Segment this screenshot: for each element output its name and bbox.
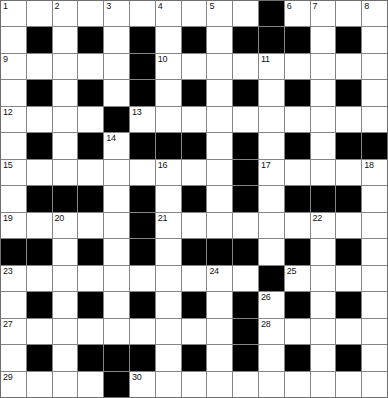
white-cell[interactable] bbox=[362, 372, 387, 397]
black-cell bbox=[78, 345, 103, 370]
clue-number: 25 bbox=[287, 267, 296, 276]
white-cell[interactable] bbox=[207, 345, 232, 370]
white-cell[interactable] bbox=[285, 319, 310, 344]
white-cell[interactable] bbox=[207, 160, 232, 185]
white-cell[interactable] bbox=[233, 266, 258, 291]
white-cell[interactable] bbox=[207, 133, 232, 158]
white-cell[interactable] bbox=[362, 213, 387, 238]
white-cell[interactable] bbox=[53, 319, 78, 344]
white-cell[interactable] bbox=[336, 319, 361, 344]
white-cell[interactable] bbox=[53, 160, 78, 185]
white-cell[interactable] bbox=[104, 160, 129, 185]
black-cell bbox=[156, 133, 181, 158]
black-cell bbox=[130, 292, 155, 317]
white-cell[interactable]: 2 bbox=[53, 1, 78, 26]
white-cell[interactable] bbox=[78, 319, 103, 344]
white-cell[interactable] bbox=[130, 160, 155, 185]
clue-number: 26 bbox=[261, 293, 270, 302]
black-cell bbox=[259, 1, 284, 26]
white-cell[interactable] bbox=[156, 292, 181, 317]
white-cell[interactable] bbox=[362, 80, 387, 105]
white-cell[interactable] bbox=[130, 319, 155, 344]
clue-number: 15 bbox=[3, 161, 12, 170]
white-cell[interactable] bbox=[27, 107, 52, 132]
black-cell bbox=[130, 345, 155, 370]
white-cell[interactable] bbox=[1, 186, 26, 211]
clue-number: 4 bbox=[158, 2, 163, 11]
white-cell[interactable]: 28 bbox=[259, 319, 284, 344]
white-cell[interactable] bbox=[53, 292, 78, 317]
white-cell[interactable] bbox=[104, 80, 129, 105]
black-cell bbox=[285, 292, 310, 317]
white-cell[interactable] bbox=[27, 1, 52, 26]
white-cell[interactable] bbox=[78, 266, 103, 291]
clue-number: 2 bbox=[55, 2, 60, 11]
black-cell bbox=[27, 239, 52, 264]
clue-number: 29 bbox=[3, 373, 12, 382]
white-cell[interactable] bbox=[259, 213, 284, 238]
white-cell[interactable]: 4 bbox=[156, 1, 181, 26]
clue-number: 7 bbox=[313, 2, 318, 11]
white-cell[interactable] bbox=[182, 107, 207, 132]
clue-number: 22 bbox=[313, 214, 322, 223]
white-cell[interactable] bbox=[362, 239, 387, 264]
black-cell bbox=[285, 80, 310, 105]
white-cell[interactable] bbox=[104, 186, 129, 211]
white-cell[interactable]: 20 bbox=[53, 213, 78, 238]
white-cell[interactable] bbox=[233, 213, 258, 238]
black-cell bbox=[336, 292, 361, 317]
white-cell[interactable] bbox=[207, 292, 232, 317]
white-cell[interactable] bbox=[285, 160, 310, 185]
white-cell[interactable] bbox=[182, 54, 207, 79]
white-cell[interactable] bbox=[104, 213, 129, 238]
black-cell bbox=[336, 345, 361, 370]
white-cell[interactable] bbox=[53, 133, 78, 158]
black-cell bbox=[336, 186, 361, 211]
black-cell bbox=[130, 133, 155, 158]
white-cell[interactable] bbox=[311, 27, 336, 52]
black-cell bbox=[27, 186, 52, 211]
white-cell[interactable] bbox=[78, 372, 103, 397]
white-cell[interactable]: 13 bbox=[130, 107, 155, 132]
white-cell[interactable]: 19 bbox=[1, 213, 26, 238]
white-cell[interactable] bbox=[259, 133, 284, 158]
white-cell[interactable] bbox=[130, 1, 155, 26]
white-cell[interactable] bbox=[259, 107, 284, 132]
clue-number: 6 bbox=[287, 2, 292, 11]
clue-number: 10 bbox=[158, 55, 167, 64]
black-cell bbox=[259, 266, 284, 291]
white-cell[interactable] bbox=[336, 372, 361, 397]
white-cell[interactable]: 7 bbox=[311, 1, 336, 26]
white-cell[interactable]: 17 bbox=[259, 160, 284, 185]
clue-number: 1 bbox=[3, 2, 8, 11]
white-cell[interactable] bbox=[207, 372, 232, 397]
white-cell[interactable] bbox=[27, 372, 52, 397]
white-cell[interactable] bbox=[311, 54, 336, 79]
white-cell[interactable] bbox=[207, 107, 232, 132]
black-cell bbox=[130, 80, 155, 105]
white-cell[interactable] bbox=[78, 160, 103, 185]
white-cell[interactable] bbox=[156, 186, 181, 211]
white-cell[interactable] bbox=[156, 80, 181, 105]
white-cell[interactable] bbox=[53, 27, 78, 52]
black-cell bbox=[336, 133, 361, 158]
white-cell[interactable] bbox=[1, 345, 26, 370]
clue-number: 24 bbox=[209, 267, 218, 276]
white-cell[interactable] bbox=[207, 27, 232, 52]
white-cell[interactable] bbox=[285, 107, 310, 132]
white-cell[interactable] bbox=[130, 266, 155, 291]
white-cell[interactable] bbox=[336, 160, 361, 185]
white-cell[interactable]: 24 bbox=[207, 266, 232, 291]
black-cell bbox=[130, 54, 155, 79]
white-cell[interactable] bbox=[207, 54, 232, 79]
black-cell bbox=[285, 133, 310, 158]
white-cell[interactable] bbox=[311, 80, 336, 105]
white-cell[interactable]: 1 bbox=[1, 1, 26, 26]
black-cell bbox=[336, 239, 361, 264]
black-cell bbox=[285, 27, 310, 52]
white-cell[interactable]: 30 bbox=[130, 372, 155, 397]
white-cell[interactable] bbox=[233, 1, 258, 26]
black-cell bbox=[233, 345, 258, 370]
white-cell[interactable]: 18 bbox=[362, 160, 387, 185]
white-cell[interactable] bbox=[311, 372, 336, 397]
black-cell bbox=[311, 186, 336, 211]
white-cell[interactable] bbox=[362, 54, 387, 79]
white-cell[interactable] bbox=[182, 213, 207, 238]
white-cell[interactable]: 12 bbox=[1, 107, 26, 132]
black-cell bbox=[233, 80, 258, 105]
white-cell[interactable] bbox=[78, 107, 103, 132]
white-cell[interactable]: 6 bbox=[285, 1, 310, 26]
clue-number: 12 bbox=[3, 108, 12, 117]
white-cell[interactable]: 15 bbox=[1, 160, 26, 185]
white-cell[interactable]: 11 bbox=[259, 54, 284, 79]
white-cell[interactable] bbox=[27, 213, 52, 238]
white-cell[interactable] bbox=[311, 133, 336, 158]
white-cell[interactable] bbox=[1, 27, 26, 52]
black-cell bbox=[78, 292, 103, 317]
white-cell[interactable] bbox=[1, 292, 26, 317]
white-cell[interactable] bbox=[362, 319, 387, 344]
white-cell[interactable] bbox=[336, 107, 361, 132]
white-cell[interactable] bbox=[259, 345, 284, 370]
white-cell[interactable] bbox=[336, 266, 361, 291]
white-cell[interactable] bbox=[362, 292, 387, 317]
white-cell[interactable]: 29 bbox=[1, 372, 26, 397]
white-cell[interactable] bbox=[311, 239, 336, 264]
black-cell bbox=[130, 186, 155, 211]
clue-number: 20 bbox=[55, 214, 64, 223]
white-cell[interactable] bbox=[182, 319, 207, 344]
black-cell bbox=[27, 80, 52, 105]
white-cell[interactable] bbox=[53, 345, 78, 370]
white-cell[interactable]: 25 bbox=[285, 266, 310, 291]
white-cell[interactable] bbox=[182, 1, 207, 26]
white-cell[interactable] bbox=[336, 213, 361, 238]
black-cell bbox=[27, 292, 52, 317]
white-cell[interactable] bbox=[259, 186, 284, 211]
white-cell[interactable] bbox=[207, 186, 232, 211]
white-cell[interactable] bbox=[311, 266, 336, 291]
black-cell bbox=[259, 27, 284, 52]
white-cell[interactable] bbox=[233, 54, 258, 79]
white-cell[interactable] bbox=[78, 1, 103, 26]
white-cell[interactable] bbox=[362, 345, 387, 370]
white-cell[interactable] bbox=[311, 160, 336, 185]
black-cell bbox=[182, 239, 207, 264]
black-cell bbox=[336, 27, 361, 52]
black-cell bbox=[182, 186, 207, 211]
clue-number: 19 bbox=[3, 214, 12, 223]
black-cell bbox=[1, 239, 26, 264]
black-cell bbox=[27, 133, 52, 158]
white-cell[interactable] bbox=[27, 266, 52, 291]
clue-number: 18 bbox=[364, 161, 373, 170]
white-cell[interactable] bbox=[156, 107, 181, 132]
black-cell bbox=[104, 372, 129, 397]
white-cell[interactable] bbox=[104, 239, 129, 264]
black-cell bbox=[27, 345, 52, 370]
white-cell[interactable]: 16 bbox=[156, 160, 181, 185]
white-cell[interactable] bbox=[156, 266, 181, 291]
black-cell bbox=[233, 27, 258, 52]
black-cell bbox=[27, 27, 52, 52]
white-cell[interactable] bbox=[104, 292, 129, 317]
white-cell[interactable] bbox=[1, 133, 26, 158]
black-cell bbox=[207, 239, 232, 264]
clue-number: 16 bbox=[158, 161, 167, 170]
black-cell bbox=[362, 133, 387, 158]
white-cell[interactable] bbox=[285, 372, 310, 397]
white-cell[interactable] bbox=[156, 239, 181, 264]
white-cell[interactable] bbox=[362, 107, 387, 132]
black-cell bbox=[78, 80, 103, 105]
white-cell[interactable] bbox=[53, 54, 78, 79]
clue-number: 11 bbox=[261, 55, 270, 64]
white-cell[interactable]: 8 bbox=[362, 1, 387, 26]
clue-number: 21 bbox=[158, 214, 167, 223]
clue-number: 14 bbox=[106, 134, 115, 143]
white-cell[interactable]: 9 bbox=[1, 54, 26, 79]
white-cell[interactable] bbox=[285, 54, 310, 79]
black-cell bbox=[130, 27, 155, 52]
black-cell bbox=[233, 133, 258, 158]
white-cell[interactable] bbox=[233, 107, 258, 132]
black-cell bbox=[78, 133, 103, 158]
white-cell[interactable] bbox=[259, 239, 284, 264]
white-cell[interactable] bbox=[27, 54, 52, 79]
white-cell[interactable] bbox=[311, 292, 336, 317]
white-cell[interactable] bbox=[285, 213, 310, 238]
white-cell[interactable] bbox=[156, 372, 181, 397]
black-cell bbox=[104, 345, 129, 370]
white-cell[interactable] bbox=[362, 186, 387, 211]
black-cell bbox=[78, 239, 103, 264]
white-cell[interactable] bbox=[233, 372, 258, 397]
white-cell[interactable]: 23 bbox=[1, 266, 26, 291]
black-cell bbox=[233, 292, 258, 317]
clue-number: 3 bbox=[106, 2, 111, 11]
white-cell[interactable]: 3 bbox=[104, 1, 129, 26]
clue-number: 30 bbox=[132, 373, 141, 382]
white-cell[interactable] bbox=[207, 213, 232, 238]
black-cell bbox=[182, 345, 207, 370]
black-cell bbox=[182, 27, 207, 52]
white-cell[interactable] bbox=[53, 80, 78, 105]
black-cell bbox=[130, 213, 155, 238]
black-cell bbox=[285, 239, 310, 264]
clue-number: 8 bbox=[364, 2, 369, 11]
white-cell[interactable] bbox=[259, 80, 284, 105]
white-cell[interactable]: 27 bbox=[1, 319, 26, 344]
white-cell[interactable] bbox=[53, 372, 78, 397]
white-cell[interactable] bbox=[78, 213, 103, 238]
white-cell[interactable] bbox=[104, 54, 129, 79]
white-cell[interactable]: 14 bbox=[104, 133, 129, 158]
clue-number: 9 bbox=[3, 55, 8, 64]
white-cell[interactable]: 5 bbox=[207, 1, 232, 26]
white-cell[interactable] bbox=[27, 160, 52, 185]
clue-number: 5 bbox=[209, 2, 214, 11]
white-cell[interactable] bbox=[207, 80, 232, 105]
crossword-grid: 1234567891011121314151617181920212223242… bbox=[0, 0, 388, 398]
black-cell bbox=[78, 27, 103, 52]
black-cell bbox=[182, 133, 207, 158]
clue-number: 23 bbox=[3, 267, 12, 276]
white-cell[interactable] bbox=[207, 319, 232, 344]
white-cell[interactable] bbox=[182, 266, 207, 291]
white-cell[interactable] bbox=[182, 160, 207, 185]
white-cell[interactable] bbox=[78, 54, 103, 79]
white-cell[interactable] bbox=[156, 345, 181, 370]
white-cell[interactable] bbox=[53, 266, 78, 291]
white-cell[interactable] bbox=[311, 345, 336, 370]
black-cell bbox=[285, 186, 310, 211]
black-cell bbox=[233, 319, 258, 344]
white-cell[interactable]: 10 bbox=[156, 54, 181, 79]
white-cell[interactable] bbox=[53, 239, 78, 264]
black-cell bbox=[182, 292, 207, 317]
black-cell bbox=[285, 345, 310, 370]
white-cell[interactable] bbox=[156, 319, 181, 344]
white-cell[interactable] bbox=[182, 372, 207, 397]
black-cell bbox=[336, 80, 361, 105]
clue-number: 17 bbox=[261, 161, 270, 170]
white-cell[interactable] bbox=[156, 27, 181, 52]
clue-number: 27 bbox=[3, 320, 12, 329]
white-cell[interactable]: 21 bbox=[156, 213, 181, 238]
white-cell[interactable] bbox=[1, 80, 26, 105]
white-cell[interactable]: 26 bbox=[259, 292, 284, 317]
white-cell[interactable] bbox=[336, 1, 361, 26]
clue-number: 28 bbox=[261, 320, 270, 329]
black-cell bbox=[130, 239, 155, 264]
black-cell bbox=[233, 160, 258, 185]
black-cell bbox=[182, 80, 207, 105]
white-cell[interactable] bbox=[336, 54, 361, 79]
white-cell[interactable] bbox=[104, 266, 129, 291]
white-cell[interactable]: 22 bbox=[311, 213, 336, 238]
black-cell bbox=[78, 186, 103, 211]
clue-number: 13 bbox=[132, 108, 141, 117]
white-cell[interactable] bbox=[311, 319, 336, 344]
black-cell bbox=[104, 107, 129, 132]
white-cell[interactable] bbox=[104, 27, 129, 52]
white-cell[interactable] bbox=[53, 107, 78, 132]
white-cell[interactable] bbox=[362, 27, 387, 52]
white-cell[interactable] bbox=[311, 107, 336, 132]
white-cell[interactable] bbox=[259, 372, 284, 397]
black-cell bbox=[233, 239, 258, 264]
white-cell[interactable] bbox=[362, 266, 387, 291]
black-cell bbox=[233, 186, 258, 211]
white-cell[interactable] bbox=[104, 319, 129, 344]
black-cell bbox=[53, 186, 78, 211]
white-cell[interactable] bbox=[27, 319, 52, 344]
